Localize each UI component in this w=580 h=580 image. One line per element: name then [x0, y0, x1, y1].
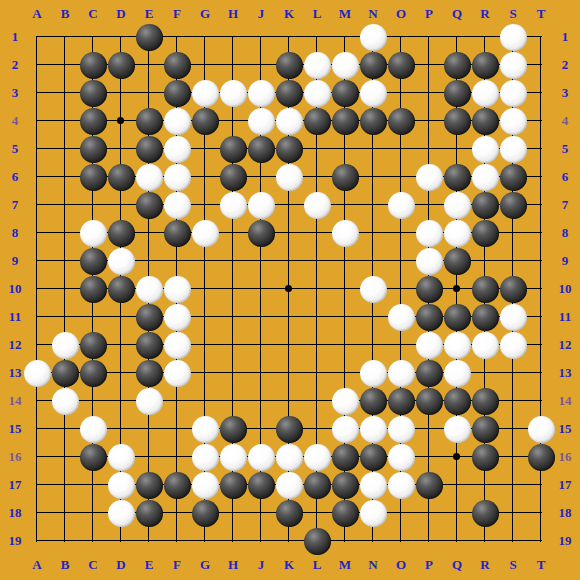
- intersection-A3[interactable]: [23, 79, 51, 107]
- intersection-A6[interactable]: [23, 163, 51, 191]
- intersection-O1[interactable]: [387, 23, 415, 51]
- intersection-A12[interactable]: [23, 331, 51, 359]
- intersection-L2[interactable]: [303, 51, 331, 79]
- intersection-H1[interactable]: [219, 23, 247, 51]
- intersection-R6[interactable]: [471, 163, 499, 191]
- intersection-J13[interactable]: [247, 359, 275, 387]
- intersection-C19[interactable]: [79, 527, 107, 555]
- intersection-H4[interactable]: [219, 107, 247, 135]
- intersection-P17[interactable]: [415, 471, 443, 499]
- intersection-L1[interactable]: [303, 23, 331, 51]
- intersection-Q11[interactable]: [443, 303, 471, 331]
- intersection-A18[interactable]: [23, 499, 51, 527]
- intersection-E6[interactable]: [135, 163, 163, 191]
- intersection-M10[interactable]: [331, 275, 359, 303]
- intersection-G3[interactable]: [191, 79, 219, 107]
- intersection-Q5[interactable]: [443, 135, 471, 163]
- intersection-F4[interactable]: [163, 107, 191, 135]
- intersection-O18[interactable]: [387, 499, 415, 527]
- intersection-M16[interactable]: [331, 443, 359, 471]
- intersection-C13[interactable]: [79, 359, 107, 387]
- intersection-Q9[interactable]: [443, 247, 471, 275]
- intersection-F5[interactable]: [163, 135, 191, 163]
- intersection-J10[interactable]: [247, 275, 275, 303]
- intersection-D9[interactable]: [107, 247, 135, 275]
- intersection-N14[interactable]: [359, 387, 387, 415]
- intersection-R4[interactable]: [471, 107, 499, 135]
- intersection-D8[interactable]: [107, 219, 135, 247]
- intersection-C12[interactable]: [79, 331, 107, 359]
- intersection-A19[interactable]: [23, 527, 51, 555]
- intersection-M4[interactable]: [331, 107, 359, 135]
- intersection-N6[interactable]: [359, 163, 387, 191]
- intersection-T15[interactable]: [527, 415, 555, 443]
- intersection-H14[interactable]: [219, 387, 247, 415]
- intersection-K14[interactable]: [275, 387, 303, 415]
- intersection-D7[interactable]: [107, 191, 135, 219]
- intersection-J16[interactable]: [247, 443, 275, 471]
- intersection-O2[interactable]: [387, 51, 415, 79]
- intersection-M5[interactable]: [331, 135, 359, 163]
- intersection-H5[interactable]: [219, 135, 247, 163]
- intersection-J8[interactable]: [247, 219, 275, 247]
- intersection-S19[interactable]: [499, 527, 527, 555]
- intersection-O6[interactable]: [387, 163, 415, 191]
- intersection-Q3[interactable]: [443, 79, 471, 107]
- intersection-M11[interactable]: [331, 303, 359, 331]
- intersection-F1[interactable]: [163, 23, 191, 51]
- intersection-Q14[interactable]: [443, 387, 471, 415]
- intersection-R16[interactable]: [471, 443, 499, 471]
- intersection-K18[interactable]: [275, 499, 303, 527]
- intersection-L7[interactable]: [303, 191, 331, 219]
- intersection-C14[interactable]: [79, 387, 107, 415]
- intersection-R12[interactable]: [471, 331, 499, 359]
- intersection-F17[interactable]: [163, 471, 191, 499]
- intersection-G4[interactable]: [191, 107, 219, 135]
- intersection-T4[interactable]: [527, 107, 555, 135]
- intersection-T2[interactable]: [527, 51, 555, 79]
- intersection-O8[interactable]: [387, 219, 415, 247]
- intersection-M6[interactable]: [331, 163, 359, 191]
- intersection-S3[interactable]: [499, 79, 527, 107]
- intersection-G5[interactable]: [191, 135, 219, 163]
- intersection-R3[interactable]: [471, 79, 499, 107]
- intersection-K4[interactable]: [275, 107, 303, 135]
- intersection-E11[interactable]: [135, 303, 163, 331]
- intersection-B6[interactable]: [51, 163, 79, 191]
- intersection-G6[interactable]: [191, 163, 219, 191]
- intersection-S9[interactable]: [499, 247, 527, 275]
- intersection-J2[interactable]: [247, 51, 275, 79]
- intersection-K7[interactable]: [275, 191, 303, 219]
- intersection-H9[interactable]: [219, 247, 247, 275]
- intersection-L10[interactable]: [303, 275, 331, 303]
- intersection-E16[interactable]: [135, 443, 163, 471]
- intersection-D10[interactable]: [107, 275, 135, 303]
- intersection-K19[interactable]: [275, 527, 303, 555]
- intersection-K15[interactable]: [275, 415, 303, 443]
- intersection-H15[interactable]: [219, 415, 247, 443]
- intersection-G18[interactable]: [191, 499, 219, 527]
- intersection-S10[interactable]: [499, 275, 527, 303]
- intersection-T19[interactable]: [527, 527, 555, 555]
- intersection-Q4[interactable]: [443, 107, 471, 135]
- intersection-R10[interactable]: [471, 275, 499, 303]
- intersection-Q6[interactable]: [443, 163, 471, 191]
- intersection-M17[interactable]: [331, 471, 359, 499]
- intersection-P16[interactable]: [415, 443, 443, 471]
- intersection-N12[interactable]: [359, 331, 387, 359]
- intersection-H7[interactable]: [219, 191, 247, 219]
- intersection-C3[interactable]: [79, 79, 107, 107]
- intersection-Q8[interactable]: [443, 219, 471, 247]
- intersection-E17[interactable]: [135, 471, 163, 499]
- intersection-G1[interactable]: [191, 23, 219, 51]
- intersection-N8[interactable]: [359, 219, 387, 247]
- intersection-P18[interactable]: [415, 499, 443, 527]
- intersection-N19[interactable]: [359, 527, 387, 555]
- intersection-J6[interactable]: [247, 163, 275, 191]
- intersection-A11[interactable]: [23, 303, 51, 331]
- intersection-D5[interactable]: [107, 135, 135, 163]
- intersection-D1[interactable]: [107, 23, 135, 51]
- intersection-D4[interactable]: [107, 107, 135, 135]
- intersection-D19[interactable]: [107, 527, 135, 555]
- intersection-E9[interactable]: [135, 247, 163, 275]
- intersection-R7[interactable]: [471, 191, 499, 219]
- intersection-B3[interactable]: [51, 79, 79, 107]
- intersection-N11[interactable]: [359, 303, 387, 331]
- intersection-F7[interactable]: [163, 191, 191, 219]
- intersection-C5[interactable]: [79, 135, 107, 163]
- intersection-B10[interactable]: [51, 275, 79, 303]
- intersection-A15[interactable]: [23, 415, 51, 443]
- intersection-C7[interactable]: [79, 191, 107, 219]
- intersection-G7[interactable]: [191, 191, 219, 219]
- intersection-T17[interactable]: [527, 471, 555, 499]
- intersection-Q7[interactable]: [443, 191, 471, 219]
- intersection-T12[interactable]: [527, 331, 555, 359]
- intersection-R11[interactable]: [471, 303, 499, 331]
- intersection-S4[interactable]: [499, 107, 527, 135]
- intersection-B4[interactable]: [51, 107, 79, 135]
- intersection-B14[interactable]: [51, 387, 79, 415]
- intersection-M8[interactable]: [331, 219, 359, 247]
- intersection-E18[interactable]: [135, 499, 163, 527]
- intersection-S11[interactable]: [499, 303, 527, 331]
- intersection-M3[interactable]: [331, 79, 359, 107]
- intersection-C6[interactable]: [79, 163, 107, 191]
- intersection-S12[interactable]: [499, 331, 527, 359]
- intersection-J11[interactable]: [247, 303, 275, 331]
- intersection-B9[interactable]: [51, 247, 79, 275]
- intersection-B1[interactable]: [51, 23, 79, 51]
- intersection-O12[interactable]: [387, 331, 415, 359]
- intersection-K12[interactable]: [275, 331, 303, 359]
- intersection-N15[interactable]: [359, 415, 387, 443]
- intersection-N17[interactable]: [359, 471, 387, 499]
- intersection-A8[interactable]: [23, 219, 51, 247]
- intersection-H8[interactable]: [219, 219, 247, 247]
- intersection-E15[interactable]: [135, 415, 163, 443]
- intersection-R19[interactable]: [471, 527, 499, 555]
- intersection-O3[interactable]: [387, 79, 415, 107]
- intersection-L3[interactable]: [303, 79, 331, 107]
- intersection-H6[interactable]: [219, 163, 247, 191]
- intersection-B18[interactable]: [51, 499, 79, 527]
- intersection-D15[interactable]: [107, 415, 135, 443]
- intersection-O13[interactable]: [387, 359, 415, 387]
- intersection-J7[interactable]: [247, 191, 275, 219]
- intersection-Q17[interactable]: [443, 471, 471, 499]
- intersection-E8[interactable]: [135, 219, 163, 247]
- intersection-P6[interactable]: [415, 163, 443, 191]
- intersection-F13[interactable]: [163, 359, 191, 387]
- intersection-R14[interactable]: [471, 387, 499, 415]
- intersection-H12[interactable]: [219, 331, 247, 359]
- intersection-C10[interactable]: [79, 275, 107, 303]
- intersection-K16[interactable]: [275, 443, 303, 471]
- intersection-R17[interactable]: [471, 471, 499, 499]
- intersection-F8[interactable]: [163, 219, 191, 247]
- intersection-G10[interactable]: [191, 275, 219, 303]
- intersection-E13[interactable]: [135, 359, 163, 387]
- intersection-G19[interactable]: [191, 527, 219, 555]
- intersection-Q1[interactable]: [443, 23, 471, 51]
- intersection-S8[interactable]: [499, 219, 527, 247]
- intersection-P13[interactable]: [415, 359, 443, 387]
- intersection-C9[interactable]: [79, 247, 107, 275]
- intersection-Q2[interactable]: [443, 51, 471, 79]
- intersection-L15[interactable]: [303, 415, 331, 443]
- intersection-Q10[interactable]: [443, 275, 471, 303]
- intersection-C11[interactable]: [79, 303, 107, 331]
- intersection-E12[interactable]: [135, 331, 163, 359]
- intersection-S15[interactable]: [499, 415, 527, 443]
- intersection-G2[interactable]: [191, 51, 219, 79]
- intersection-A1[interactable]: [23, 23, 51, 51]
- intersection-T3[interactable]: [527, 79, 555, 107]
- intersection-B5[interactable]: [51, 135, 79, 163]
- intersection-F6[interactable]: [163, 163, 191, 191]
- intersection-N10[interactable]: [359, 275, 387, 303]
- intersection-C1[interactable]: [79, 23, 107, 51]
- intersection-D3[interactable]: [107, 79, 135, 107]
- intersection-T18[interactable]: [527, 499, 555, 527]
- intersection-B12[interactable]: [51, 331, 79, 359]
- intersection-O4[interactable]: [387, 107, 415, 135]
- intersection-F10[interactable]: [163, 275, 191, 303]
- intersection-M13[interactable]: [331, 359, 359, 387]
- intersection-S6[interactable]: [499, 163, 527, 191]
- intersection-M18[interactable]: [331, 499, 359, 527]
- intersection-R8[interactable]: [471, 219, 499, 247]
- intersection-O16[interactable]: [387, 443, 415, 471]
- intersection-P19[interactable]: [415, 527, 443, 555]
- intersection-H10[interactable]: [219, 275, 247, 303]
- intersection-P9[interactable]: [415, 247, 443, 275]
- intersection-R1[interactable]: [471, 23, 499, 51]
- intersection-G12[interactable]: [191, 331, 219, 359]
- intersection-M7[interactable]: [331, 191, 359, 219]
- intersection-S18[interactable]: [499, 499, 527, 527]
- intersection-B8[interactable]: [51, 219, 79, 247]
- intersection-L5[interactable]: [303, 135, 331, 163]
- intersection-N16[interactable]: [359, 443, 387, 471]
- intersection-M15[interactable]: [331, 415, 359, 443]
- intersection-J17[interactable]: [247, 471, 275, 499]
- intersection-L19[interactable]: [303, 527, 331, 555]
- intersection-N3[interactable]: [359, 79, 387, 107]
- intersection-K8[interactable]: [275, 219, 303, 247]
- intersection-T9[interactable]: [527, 247, 555, 275]
- intersection-L4[interactable]: [303, 107, 331, 135]
- intersection-A10[interactable]: [23, 275, 51, 303]
- intersection-P7[interactable]: [415, 191, 443, 219]
- intersection-O5[interactable]: [387, 135, 415, 163]
- intersection-S17[interactable]: [499, 471, 527, 499]
- intersection-N18[interactable]: [359, 499, 387, 527]
- intersection-F19[interactable]: [163, 527, 191, 555]
- intersection-K1[interactable]: [275, 23, 303, 51]
- intersection-A17[interactable]: [23, 471, 51, 499]
- intersection-L13[interactable]: [303, 359, 331, 387]
- intersection-F11[interactable]: [163, 303, 191, 331]
- intersection-T1[interactable]: [527, 23, 555, 51]
- intersection-O15[interactable]: [387, 415, 415, 443]
- intersection-L16[interactable]: [303, 443, 331, 471]
- intersection-B19[interactable]: [51, 527, 79, 555]
- intersection-N5[interactable]: [359, 135, 387, 163]
- intersection-B2[interactable]: [51, 51, 79, 79]
- intersection-N7[interactable]: [359, 191, 387, 219]
- intersection-B13[interactable]: [51, 359, 79, 387]
- intersection-F2[interactable]: [163, 51, 191, 79]
- intersection-S7[interactable]: [499, 191, 527, 219]
- intersection-H19[interactable]: [219, 527, 247, 555]
- intersection-L18[interactable]: [303, 499, 331, 527]
- intersection-P11[interactable]: [415, 303, 443, 331]
- intersection-T14[interactable]: [527, 387, 555, 415]
- intersection-N2[interactable]: [359, 51, 387, 79]
- intersection-P10[interactable]: [415, 275, 443, 303]
- intersection-D14[interactable]: [107, 387, 135, 415]
- intersection-T8[interactable]: [527, 219, 555, 247]
- intersection-N13[interactable]: [359, 359, 387, 387]
- intersection-P3[interactable]: [415, 79, 443, 107]
- intersection-F15[interactable]: [163, 415, 191, 443]
- intersection-F18[interactable]: [163, 499, 191, 527]
- intersection-L9[interactable]: [303, 247, 331, 275]
- intersection-C8[interactable]: [79, 219, 107, 247]
- intersection-S5[interactable]: [499, 135, 527, 163]
- intersection-H11[interactable]: [219, 303, 247, 331]
- intersection-K3[interactable]: [275, 79, 303, 107]
- intersection-E5[interactable]: [135, 135, 163, 163]
- intersection-J15[interactable]: [247, 415, 275, 443]
- intersection-C18[interactable]: [79, 499, 107, 527]
- intersection-K6[interactable]: [275, 163, 303, 191]
- intersection-O10[interactable]: [387, 275, 415, 303]
- intersection-T11[interactable]: [527, 303, 555, 331]
- intersection-B11[interactable]: [51, 303, 79, 331]
- intersection-A2[interactable]: [23, 51, 51, 79]
- intersection-C4[interactable]: [79, 107, 107, 135]
- intersection-A9[interactable]: [23, 247, 51, 275]
- intersection-Q13[interactable]: [443, 359, 471, 387]
- intersection-Q18[interactable]: [443, 499, 471, 527]
- intersection-D11[interactable]: [107, 303, 135, 331]
- intersection-L14[interactable]: [303, 387, 331, 415]
- intersection-E3[interactable]: [135, 79, 163, 107]
- intersection-R18[interactable]: [471, 499, 499, 527]
- intersection-F16[interactable]: [163, 443, 191, 471]
- intersection-H16[interactable]: [219, 443, 247, 471]
- intersection-D18[interactable]: [107, 499, 135, 527]
- intersection-E4[interactable]: [135, 107, 163, 135]
- intersection-F9[interactable]: [163, 247, 191, 275]
- intersection-D6[interactable]: [107, 163, 135, 191]
- intersection-O17[interactable]: [387, 471, 415, 499]
- intersection-C17[interactable]: [79, 471, 107, 499]
- intersection-R2[interactable]: [471, 51, 499, 79]
- intersection-O19[interactable]: [387, 527, 415, 555]
- intersection-F14[interactable]: [163, 387, 191, 415]
- intersection-H17[interactable]: [219, 471, 247, 499]
- intersection-A4[interactable]: [23, 107, 51, 135]
- intersection-G14[interactable]: [191, 387, 219, 415]
- intersection-E7[interactable]: [135, 191, 163, 219]
- intersection-E10[interactable]: [135, 275, 163, 303]
- intersection-F3[interactable]: [163, 79, 191, 107]
- intersection-R5[interactable]: [471, 135, 499, 163]
- intersection-J4[interactable]: [247, 107, 275, 135]
- intersection-O11[interactable]: [387, 303, 415, 331]
- intersection-M1[interactable]: [331, 23, 359, 51]
- intersection-N9[interactable]: [359, 247, 387, 275]
- intersection-J1[interactable]: [247, 23, 275, 51]
- intersection-A14[interactable]: [23, 387, 51, 415]
- intersection-P1[interactable]: [415, 23, 443, 51]
- intersection-O9[interactable]: [387, 247, 415, 275]
- intersection-B7[interactable]: [51, 191, 79, 219]
- intersection-Q15[interactable]: [443, 415, 471, 443]
- intersection-G8[interactable]: [191, 219, 219, 247]
- intersection-P4[interactable]: [415, 107, 443, 135]
- intersection-A7[interactable]: [23, 191, 51, 219]
- intersection-K11[interactable]: [275, 303, 303, 331]
- intersection-G9[interactable]: [191, 247, 219, 275]
- intersection-C16[interactable]: [79, 443, 107, 471]
- intersection-A5[interactable]: [23, 135, 51, 163]
- intersection-K5[interactable]: [275, 135, 303, 163]
- intersection-F12[interactable]: [163, 331, 191, 359]
- intersection-K2[interactable]: [275, 51, 303, 79]
- intersection-A13[interactable]: [23, 359, 51, 387]
- intersection-J19[interactable]: [247, 527, 275, 555]
- intersection-S16[interactable]: [499, 443, 527, 471]
- intersection-H13[interactable]: [219, 359, 247, 387]
- intersection-P14[interactable]: [415, 387, 443, 415]
- intersection-T16[interactable]: [527, 443, 555, 471]
- intersection-R9[interactable]: [471, 247, 499, 275]
- intersection-E1[interactable]: [135, 23, 163, 51]
- intersection-P12[interactable]: [415, 331, 443, 359]
- intersection-D16[interactable]: [107, 443, 135, 471]
- intersection-G11[interactable]: [191, 303, 219, 331]
- intersection-K10[interactable]: [275, 275, 303, 303]
